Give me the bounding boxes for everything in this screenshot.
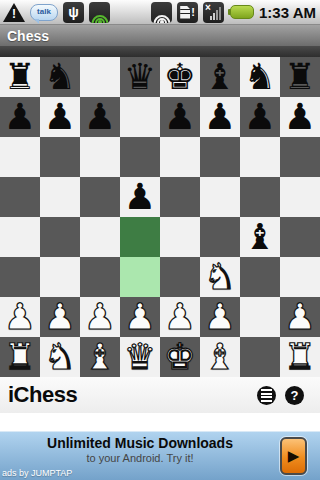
white-pawn: ♟ xyxy=(164,299,196,335)
square-d3[interactable] xyxy=(120,257,160,297)
square-c4[interactable] xyxy=(80,217,120,257)
sim-alert-icon: ! xyxy=(177,2,198,23)
square-h5[interactable] xyxy=(280,177,320,217)
square-b3[interactable] xyxy=(40,257,80,297)
square-g1[interactable] xyxy=(240,337,280,377)
square-c8[interactable] xyxy=(80,57,120,97)
black-pawn: ♟ xyxy=(4,99,36,135)
black-pawn: ♟ xyxy=(244,99,276,135)
phone-screen: ! talk ψ ! × 1:33 AM Chess ♜♞♛♚♝♞♜♟♟♟♟♟♟… xyxy=(0,0,320,480)
square-a1[interactable]: ♜ xyxy=(0,337,40,377)
square-f3[interactable]: ♞ xyxy=(200,257,240,297)
square-h1[interactable]: ♜ xyxy=(280,337,320,377)
square-e8[interactable]: ♚ xyxy=(160,57,200,97)
square-g3[interactable] xyxy=(240,257,280,297)
black-pawn: ♟ xyxy=(84,99,116,135)
white-queen: ♛ xyxy=(124,339,156,375)
white-bishop: ♝ xyxy=(204,339,236,375)
square-g4[interactable]: ♝ xyxy=(240,217,280,257)
square-d4[interactable] xyxy=(120,217,160,257)
white-rook: ♜ xyxy=(4,339,36,375)
black-pawn: ♟ xyxy=(284,99,316,135)
square-b5[interactable] xyxy=(40,177,80,217)
square-g6[interactable] xyxy=(240,137,280,177)
black-queen: ♛ xyxy=(124,59,156,95)
wireless-green-icon xyxy=(89,2,110,23)
ad-text: Unlimited Music Downloads to your Androi… xyxy=(0,435,280,465)
white-king: ♚ xyxy=(164,339,196,375)
square-c2[interactable]: ♟ xyxy=(80,297,120,337)
menu-icon[interactable] xyxy=(257,386,276,405)
square-a6[interactable] xyxy=(0,137,40,177)
square-h4[interactable] xyxy=(280,217,320,257)
white-pawn: ♟ xyxy=(124,299,156,335)
square-a8[interactable]: ♜ xyxy=(0,57,40,97)
spacer xyxy=(0,413,320,431)
white-pawn: ♟ xyxy=(284,299,316,335)
square-f5[interactable] xyxy=(200,177,240,217)
ad-cta-button[interactable]: ▶ xyxy=(280,437,307,475)
black-pawn: ♟ xyxy=(44,99,76,135)
square-a2[interactable]: ♟ xyxy=(0,297,40,337)
white-knight: ♞ xyxy=(44,339,76,375)
window-title: Chess xyxy=(0,28,49,44)
square-b4[interactable] xyxy=(40,217,80,257)
black-knight: ♞ xyxy=(44,59,76,95)
square-e5[interactable] xyxy=(160,177,200,217)
status-clock: 1:33 AM xyxy=(259,4,316,21)
talk-bubble-icon: talk xyxy=(30,4,58,21)
square-f8[interactable]: ♝ xyxy=(200,57,240,97)
black-pawn: ♟ xyxy=(164,99,196,135)
square-f4[interactable] xyxy=(200,217,240,257)
black-knight: ♞ xyxy=(244,59,276,95)
square-e2[interactable]: ♟ xyxy=(160,297,200,337)
help-icon[interactable]: ? xyxy=(285,386,304,405)
app-bar: iChess ? xyxy=(0,377,320,413)
square-b2[interactable]: ♟ xyxy=(40,297,80,337)
chess-board: ♜♞♛♚♝♞♜♟♟♟♟♟♟♟♟♝♞♟♟♟♟♟♟♟♜♞♝♛♚♝♜ xyxy=(0,57,320,377)
square-d2[interactable]: ♟ xyxy=(120,297,160,337)
square-e3[interactable] xyxy=(160,257,200,297)
square-e7[interactable]: ♟ xyxy=(160,97,200,137)
square-a4[interactable] xyxy=(0,217,40,257)
square-a5[interactable] xyxy=(0,177,40,217)
square-a7[interactable]: ♟ xyxy=(0,97,40,137)
white-pawn: ♟ xyxy=(4,299,36,335)
square-c6[interactable] xyxy=(80,137,120,177)
black-pawn: ♟ xyxy=(204,99,236,135)
square-a3[interactable] xyxy=(0,257,40,297)
white-bishop: ♝ xyxy=(84,339,116,375)
black-rook: ♜ xyxy=(284,59,316,95)
black-bishop: ♝ xyxy=(244,219,276,255)
square-f2[interactable]: ♟ xyxy=(200,297,240,337)
black-rook: ♜ xyxy=(4,59,36,95)
square-e1[interactable]: ♚ xyxy=(160,337,200,377)
square-d1[interactable]: ♛ xyxy=(120,337,160,377)
square-b6[interactable] xyxy=(40,137,80,177)
app-title: iChess xyxy=(8,382,77,408)
ad-subtext: to your Android. Try it! xyxy=(0,452,280,465)
square-h8[interactable]: ♜ xyxy=(280,57,320,97)
square-h2[interactable]: ♟ xyxy=(280,297,320,337)
white-pawn: ♟ xyxy=(44,299,76,335)
square-b1[interactable]: ♞ xyxy=(40,337,80,377)
white-knight: ♞ xyxy=(204,259,236,295)
square-d5[interactable]: ♟ xyxy=(120,177,160,217)
square-g5[interactable] xyxy=(240,177,280,217)
status-bar: ! talk ψ ! × 1:33 AM xyxy=(0,0,320,25)
square-b7[interactable]: ♟ xyxy=(40,97,80,137)
warning-icon: ! xyxy=(2,2,26,23)
square-g7[interactable]: ♟ xyxy=(240,97,280,137)
black-bishop: ♝ xyxy=(204,59,236,95)
usb-icon: ψ xyxy=(63,2,84,23)
square-g8[interactable]: ♞ xyxy=(240,57,280,97)
square-f6[interactable] xyxy=(200,137,240,177)
ad-headline: Unlimited Music Downloads xyxy=(0,435,280,452)
ad-banner[interactable]: Unlimited Music Downloads to your Androi… xyxy=(0,431,320,480)
square-c3[interactable] xyxy=(80,257,120,297)
square-h6[interactable] xyxy=(280,137,320,177)
white-rook: ♜ xyxy=(284,339,316,375)
white-pawn: ♟ xyxy=(204,299,236,335)
black-king: ♚ xyxy=(164,59,196,95)
square-d7[interactable] xyxy=(120,97,160,137)
black-pawn: ♟ xyxy=(124,179,156,215)
square-f7[interactable]: ♟ xyxy=(200,97,240,137)
square-g2[interactable] xyxy=(240,297,280,337)
wifi-icon xyxy=(151,2,172,23)
square-c5[interactable] xyxy=(80,177,120,217)
square-h3[interactable] xyxy=(280,257,320,297)
window-title-bar: Chess xyxy=(0,25,320,47)
square-c1[interactable]: ♝ xyxy=(80,337,120,377)
square-c7[interactable]: ♟ xyxy=(80,97,120,137)
square-e4[interactable] xyxy=(160,217,200,257)
square-b8[interactable]: ♞ xyxy=(40,57,80,97)
square-f1[interactable]: ♝ xyxy=(200,337,240,377)
square-d8[interactable]: ♛ xyxy=(120,57,160,97)
square-e6[interactable] xyxy=(160,137,200,177)
square-d6[interactable] xyxy=(120,137,160,177)
white-pawn: ♟ xyxy=(84,299,116,335)
ad-attribution: ads by JUMPTAP xyxy=(2,468,72,478)
battery-icon xyxy=(230,5,254,19)
no-signal-icon: × xyxy=(203,2,224,23)
play-arrow-icon: ▶ xyxy=(288,449,300,464)
square-h7[interactable]: ♟ xyxy=(280,97,320,137)
